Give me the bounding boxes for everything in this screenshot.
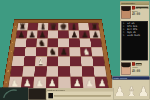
square-h2[interactable]: ♟ (94, 77, 108, 88)
hair (121, 63, 130, 68)
square-c6[interactable]: ♞ (36, 39, 47, 48)
white-pieces-tray-window: White Pieces ♟♝♟♝ (112, 76, 150, 100)
black-move: Nxd5 (134, 34, 140, 37)
white-tray-pieces: ♟♝♟♝ (112, 80, 149, 99)
square-f3[interactable] (70, 66, 82, 76)
square-h5[interactable] (91, 47, 103, 56)
player-side-white: White (132, 66, 148, 68)
square-d7[interactable] (48, 31, 59, 39)
square-d5[interactable]: ♞ (47, 47, 58, 56)
piece-black-pawn[interactable]: ♟ (27, 30, 38, 38)
tray-piece-white-pawn: ♟ (138, 84, 150, 99)
toolbar-dark-segment (28, 88, 46, 99)
player-info-black: Chessmaster Black 45:00 (132, 6, 148, 19)
piece-white-knight[interactable]: ♞ (81, 48, 92, 57)
screen: ♜♝♛♚♝♜♟♟♟♟♟♟♞♞♟♞♝♟♟♟♟♟♟♟♜♞♝♛♚♜ abcdefgh … (0, 0, 150, 100)
square-b5[interactable] (24, 47, 36, 56)
square-d4[interactable] (47, 56, 59, 66)
piece-white-pawn[interactable]: ♟ (83, 78, 95, 87)
tray-piece-black-pawn: ♟ (49, 93, 53, 98)
square-f6[interactable] (69, 39, 80, 48)
square-d8[interactable]: ♛ (48, 23, 58, 31)
piece-black-pawn[interactable]: ♟ (79, 30, 90, 38)
square-g5[interactable]: ♞ (80, 47, 92, 56)
square-e8[interactable]: ♚ (58, 23, 68, 31)
logo-swoosh-icon (0, 87, 28, 100)
square-f2[interactable]: ♟ (70, 77, 83, 88)
player-photo-black (121, 6, 131, 19)
square-e2[interactable] (58, 77, 71, 88)
piece-black-knight[interactable]: ♞ (36, 39, 47, 47)
square-c5[interactable] (36, 47, 48, 56)
square-c3[interactable] (34, 66, 46, 76)
tray-piece-white-pawn: ♟ (114, 84, 126, 99)
logo-area (0, 87, 28, 100)
square-c2[interactable]: ♟ (33, 77, 46, 88)
square-g2[interactable]: ♟ (82, 77, 95, 88)
move-list[interactable]: 1.e4e52.Nf3Nc63.Bc4Nf64.Ng5d55.exd5Nxd5 (121, 21, 148, 60)
square-h3[interactable] (93, 66, 106, 76)
piece-black-knight[interactable]: ♞ (47, 48, 58, 57)
piece-white-pawn[interactable]: ♟ (33, 78, 45, 87)
status-window: Chessmaster Chessmaster Black 45:00 1.e4… (120, 1, 149, 76)
square-f5[interactable] (69, 47, 81, 56)
piece-white-pawn[interactable]: ♟ (8, 78, 20, 87)
player-side-black: Black (132, 10, 148, 12)
square-b4[interactable] (23, 56, 35, 66)
tray-slot: ♟ (48, 93, 53, 98)
white-tray-title: White Pieces (113, 77, 127, 79)
piece-white-pawn[interactable]: ♟ (96, 78, 108, 87)
tray-piece-white-bishop: ♝ (126, 84, 138, 99)
black-pieces-tray-window: Captured Pieces ♟ (28, 88, 113, 100)
square-h7[interactable]: ♟ (89, 31, 101, 39)
player-clock-black: 45:00 (132, 13, 148, 16)
piece-white-pawn[interactable]: ♟ (21, 78, 33, 87)
piece-black-pawn[interactable]: ♟ (16, 30, 27, 38)
square-h6[interactable] (90, 39, 102, 48)
square-f4[interactable] (70, 56, 82, 66)
square-b7[interactable]: ♟ (26, 31, 37, 39)
square-e3[interactable] (58, 66, 70, 76)
black-tray-pieces: ♟ (46, 92, 113, 100)
piece-black-king[interactable]: ♚ (58, 23, 68, 31)
square-e4[interactable] (58, 56, 70, 66)
square-h4[interactable] (92, 56, 105, 66)
player-card-white: Josh White 45:00 (120, 61, 149, 75)
crest-icon (132, 62, 135, 65)
square-d3[interactable] (46, 66, 58, 76)
square-e7[interactable] (58, 31, 69, 39)
hair (121, 6, 130, 11)
square-b6[interactable] (25, 39, 37, 48)
square-f7[interactable]: ♟ (69, 31, 80, 39)
chess-board-3d: ♜♝♛♚♝♜♟♟♟♟♟♟♞♞♟♞♝♟♟♟♟♟♟♟♜♞♝♛♚♜ abcdefgh … (0, 0, 119, 100)
square-d2[interactable]: ♟ (46, 77, 58, 88)
crest-icon (132, 6, 135, 9)
piece-black-queen[interactable]: ♛ (48, 23, 58, 31)
square-b3[interactable] (22, 66, 35, 76)
move-row-5[interactable]: 5.exd5Nxd5 (123, 34, 147, 37)
square-g7[interactable]: ♟ (79, 31, 90, 39)
piece-black-pawn[interactable]: ♟ (90, 30, 101, 38)
move-number: 5. (123, 34, 126, 37)
white-move: exd5 (127, 34, 133, 37)
square-e5[interactable]: ♟ (58, 47, 69, 56)
player-info-white: Josh White 45:00 (132, 62, 148, 75)
piece-white-bishop[interactable]: ♝ (35, 57, 47, 66)
player-name-white: Josh (136, 63, 142, 65)
status-window-title: Chessmaster (121, 2, 135, 4)
piece-black-pawn[interactable]: ♟ (69, 30, 80, 38)
toolbar-divider (54, 95, 111, 97)
piece-white-pawn[interactable]: ♟ (46, 78, 58, 87)
square-c4[interactable]: ♝ (35, 56, 47, 66)
player-name-black: Chessmaster (136, 6, 149, 8)
square-b2[interactable]: ♟ (21, 77, 34, 88)
toolbar-main: Captured Pieces ♟ (46, 88, 113, 99)
piece-white-pawn[interactable]: ♟ (71, 78, 83, 87)
piece-black-pawn[interactable]: ♟ (58, 48, 69, 57)
player-card-black: Chessmaster Black 45:00 (120, 5, 149, 19)
player-photo-white (121, 62, 131, 75)
player-clock-white: 45:00 (132, 69, 148, 72)
